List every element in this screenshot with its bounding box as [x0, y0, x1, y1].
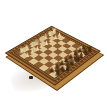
photo-background: ♜♞♝♛♚♝♞♜♟♟♟♟♟♟♟♟♟♟♟♟♟♟♟♟♜♞♝♛♚♝♞♜	[0, 0, 107, 107]
white-pawn[interactable]: ♟	[23, 52, 30, 58]
black-rook[interactable]: ♜	[54, 69, 61, 77]
board-foot	[66, 68, 69, 71]
chess-board[interactable]: ♜♞♝♛♚♝♞♜♟♟♟♟♟♟♟♟♟♟♟♟♟♟♟♟♜♞♝♛♚♝♞♜	[5, 26, 101, 86]
board-foot	[29, 76, 33, 79]
